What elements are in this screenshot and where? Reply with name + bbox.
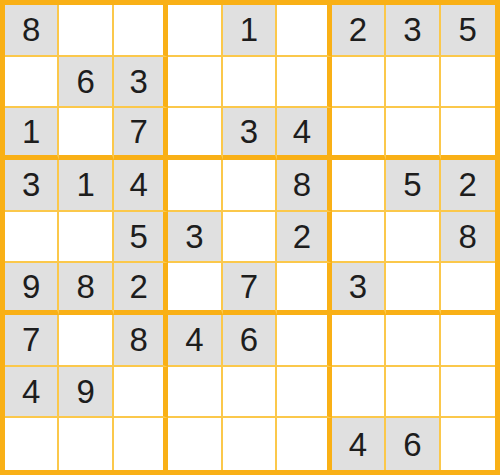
cell-r1c7-given: 2 [332, 5, 386, 57]
cell-r3c4-empty[interactable] [168, 108, 222, 160]
cell-r2c2-given: 6 [59, 57, 113, 109]
cell-r9c4-empty[interactable] [168, 418, 222, 470]
cell-r5c2-empty[interactable] [59, 212, 113, 264]
cell-r9c6-empty[interactable] [277, 418, 331, 470]
cell-r1c1-given: 8 [5, 5, 59, 57]
cell-r9c8-given: 6 [386, 418, 440, 470]
cell-r8c5-empty[interactable] [223, 367, 277, 419]
cell-r4c4-empty[interactable] [168, 160, 222, 212]
cell-r7c2-empty[interactable] [59, 315, 113, 367]
cell-r7c9-empty[interactable] [441, 315, 495, 367]
cell-r5c6-given: 2 [277, 212, 331, 264]
cell-r8c4-empty[interactable] [168, 367, 222, 419]
cell-r6c8-empty[interactable] [386, 263, 440, 315]
cell-r8c8-empty[interactable] [386, 367, 440, 419]
cell-r2c4-empty[interactable] [168, 57, 222, 109]
cell-r4c1-given: 3 [5, 160, 59, 212]
cell-r6c9-empty[interactable] [441, 263, 495, 315]
cell-r8c3-empty[interactable] [114, 367, 168, 419]
sudoku-board: 8123563173431485253289827378464946 [0, 0, 500, 475]
cell-r3c7-empty[interactable] [332, 108, 386, 160]
cell-r9c2-empty[interactable] [59, 418, 113, 470]
cell-r9c1-empty[interactable] [5, 418, 59, 470]
cell-r4c2-given: 1 [59, 160, 113, 212]
cell-r5c8-empty[interactable] [386, 212, 440, 264]
cell-r7c4-given: 4 [168, 315, 222, 367]
cell-r2c1-empty[interactable] [5, 57, 59, 109]
cell-r7c8-empty[interactable] [386, 315, 440, 367]
cell-r5c7-empty[interactable] [332, 212, 386, 264]
cell-r3c9-empty[interactable] [441, 108, 495, 160]
cell-r6c1-given: 9 [5, 263, 59, 315]
cell-r7c3-given: 8 [114, 315, 168, 367]
cell-r7c1-given: 7 [5, 315, 59, 367]
cell-r4c3-given: 4 [114, 160, 168, 212]
cell-r3c8-empty[interactable] [386, 108, 440, 160]
cell-r8c7-empty[interactable] [332, 367, 386, 419]
cell-r1c3-empty[interactable] [114, 5, 168, 57]
cell-r2c9-empty[interactable] [441, 57, 495, 109]
cell-r7c5-given: 6 [223, 315, 277, 367]
cell-r9c3-empty[interactable] [114, 418, 168, 470]
cell-r8c2-given: 9 [59, 367, 113, 419]
cell-r4c8-given: 5 [386, 160, 440, 212]
cell-r6c2-given: 8 [59, 263, 113, 315]
cell-r2c6-empty[interactable] [277, 57, 331, 109]
cell-r8c9-empty[interactable] [441, 367, 495, 419]
cell-r6c7-given: 3 [332, 263, 386, 315]
cell-r9c9-empty[interactable] [441, 418, 495, 470]
cell-r8c1-given: 4 [5, 367, 59, 419]
cell-r6c4-empty[interactable] [168, 263, 222, 315]
cell-r8c6-empty[interactable] [277, 367, 331, 419]
cell-r5c5-empty[interactable] [223, 212, 277, 264]
cell-r9c5-empty[interactable] [223, 418, 277, 470]
cell-r9c7-given: 4 [332, 418, 386, 470]
cell-r1c6-empty[interactable] [277, 5, 331, 57]
cell-r5c1-empty[interactable] [5, 212, 59, 264]
cell-r1c9-given: 5 [441, 5, 495, 57]
cell-r4c9-given: 2 [441, 160, 495, 212]
cell-r2c3-given: 3 [114, 57, 168, 109]
cell-r3c2-empty[interactable] [59, 108, 113, 160]
cell-r6c5-given: 7 [223, 263, 277, 315]
cell-r2c7-empty[interactable] [332, 57, 386, 109]
cell-r3c3-given: 7 [114, 108, 168, 160]
cell-r3c1-given: 1 [5, 108, 59, 160]
cell-r5c3-given: 5 [114, 212, 168, 264]
cell-r1c8-given: 3 [386, 5, 440, 57]
cell-r1c4-empty[interactable] [168, 5, 222, 57]
cell-r6c6-empty[interactable] [277, 263, 331, 315]
cell-r1c2-empty[interactable] [59, 5, 113, 57]
cell-r1c5-given: 1 [223, 5, 277, 57]
cell-r4c5-empty[interactable] [223, 160, 277, 212]
cell-r2c8-empty[interactable] [386, 57, 440, 109]
cell-r5c4-given: 3 [168, 212, 222, 264]
cell-r4c6-given: 8 [277, 160, 331, 212]
cell-r3c5-given: 3 [223, 108, 277, 160]
cell-r4c7-empty[interactable] [332, 160, 386, 212]
cell-r7c7-empty[interactable] [332, 315, 386, 367]
cell-r5c9-given: 8 [441, 212, 495, 264]
cell-r3c6-given: 4 [277, 108, 331, 160]
cell-r6c3-given: 2 [114, 263, 168, 315]
cell-r7c6-empty[interactable] [277, 315, 331, 367]
cell-r2c5-empty[interactable] [223, 57, 277, 109]
